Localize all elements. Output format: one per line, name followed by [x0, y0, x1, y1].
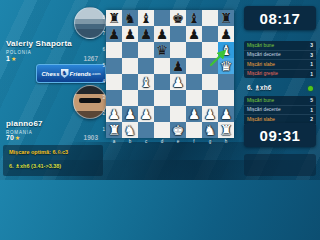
move-quality-icon: [308, 86, 313, 91]
square-h1[interactable]: ♜: [218, 122, 234, 138]
square-f6[interactable]: [186, 42, 202, 58]
square-d3[interactable]: [154, 90, 170, 106]
sunglasses-icon: [79, 98, 101, 104]
square-f4[interactable]: [186, 74, 202, 90]
stats-value: 5: [310, 97, 313, 103]
square-a1[interactable]: ♜: [106, 122, 122, 138]
black-king-e8[interactable]: ♚: [172, 10, 184, 26]
stats-value: 3: [310, 52, 313, 58]
stats-label: Mișcări greșite: [247, 71, 278, 76]
stats-row: Mișcări decente1: [244, 106, 316, 116]
square-e8[interactable]: ♚: [170, 10, 186, 26]
square-b6[interactable]: [122, 42, 138, 58]
square-b1[interactable]: ♞: [122, 122, 138, 138]
square-a3[interactable]: [106, 90, 122, 106]
current-move-entry[interactable]: 6. ♗xh6: [247, 84, 313, 92]
rank-label-5: 5: [100, 58, 105, 74]
stats-value: 2: [310, 116, 313, 122]
file-label-h: h: [218, 138, 234, 145]
square-b8[interactable]: ♞: [122, 10, 138, 26]
square-f8[interactable]: ♝: [186, 10, 202, 26]
file-label-a: a: [106, 138, 122, 145]
chessfriends-shield-icon: ♞: [61, 69, 69, 78]
rank-label-8: 8: [100, 10, 105, 26]
square-c8[interactable]: ♝: [138, 10, 154, 26]
white-bishop-c4[interactable]: ♝: [140, 74, 152, 90]
file-label-d: d: [154, 138, 170, 145]
stats-value: 1: [310, 61, 313, 67]
white-pawn-g2[interactable]: ♟: [204, 106, 216, 122]
square-c2[interactable]: ♟: [138, 106, 154, 122]
square-d1[interactable]: [154, 122, 170, 138]
square-d5[interactable]: [154, 58, 170, 74]
square-e5[interactable]: ♟: [170, 58, 186, 74]
bottom-player-rating: 1903: [84, 134, 100, 141]
rank-label-2: 2: [100, 106, 105, 122]
square-g4[interactable]: [202, 74, 218, 90]
file-label-c: c: [138, 138, 154, 145]
square-a2[interactable]: ♟: [106, 106, 122, 122]
black-pawn-b7[interactable]: ♟: [124, 26, 136, 42]
rank-label-7: 7: [100, 26, 105, 42]
black-pawn-f7[interactable]: ♟: [188, 26, 200, 42]
square-f5[interactable]: [186, 58, 202, 74]
file-label-f: f: [186, 138, 202, 145]
black-pawn-e5[interactable]: ♟: [172, 58, 184, 74]
white-pawn-a2[interactable]: ♟: [108, 106, 120, 122]
black-pawn-h7[interactable]: ♟: [220, 26, 232, 42]
white-knight-b1[interactable]: ♞: [124, 122, 136, 138]
file-labels: abcdefgh: [106, 138, 234, 145]
white-pawn-b2[interactable]: ♟: [124, 106, 136, 122]
top-player-rating: 1267: [84, 55, 100, 62]
file-label-e: e: [170, 138, 186, 145]
file-label-g: g: [202, 138, 218, 145]
square-g7[interactable]: [202, 26, 218, 42]
square-e7[interactable]: [170, 26, 186, 42]
white-king-e1[interactable]: ♚: [172, 122, 184, 138]
square-a5[interactable]: [106, 58, 122, 74]
square-f1[interactable]: [186, 122, 202, 138]
square-a8[interactable]: ♜: [106, 10, 122, 26]
square-h2[interactable]: ♟: [218, 106, 234, 122]
stats-value: 1: [310, 71, 313, 77]
white-pawn-c2[interactable]: ♟: [140, 106, 152, 122]
white-pawn-e4[interactable]: ♟: [172, 74, 184, 90]
bottom-right-panel: [244, 154, 316, 176]
white-bishop-h6[interactable]: ♝: [220, 42, 232, 58]
stats-label: Mișcări slabe: [247, 117, 275, 122]
chess-board[interactable]: ♜♞♝♚♝♜♟♟♟♟♟♟♛♝♟♛♝♟♟♟♟♟♟♟♜♞♚♞♜: [106, 10, 234, 138]
white-knight-g1[interactable]: ♞: [204, 122, 216, 138]
star-icon: ★: [11, 55, 16, 62]
square-g3[interactable]: [202, 90, 218, 106]
square-e3[interactable]: [170, 90, 186, 106]
square-e1[interactable]: ♚: [170, 122, 186, 138]
square-h3[interactable]: [218, 90, 234, 106]
stats-row: Mișcări greșite1: [244, 70, 316, 79]
square-e4[interactable]: ♟: [170, 74, 186, 90]
top-player-country: POLONIA: [6, 50, 32, 55]
square-d7[interactable]: ♟: [154, 26, 170, 42]
top-player-name: Valeriy Shaporta: [6, 39, 72, 48]
white-pawn-h2[interactable]: ♟: [220, 106, 232, 122]
logo-text-chess: Chess: [41, 71, 59, 77]
file-label-b: b: [122, 138, 138, 145]
white-rook-h1[interactable]: ♜: [220, 122, 232, 138]
rank-labels: 87654321: [100, 10, 105, 138]
black-queen-d6[interactable]: ♛: [156, 42, 168, 58]
square-c1[interactable]: [138, 122, 154, 138]
bottom-player-clock: 09:31: [244, 123, 316, 147]
stats-value: 3: [310, 42, 313, 48]
top-player-star-count: 1: [6, 55, 10, 62]
star-icon: ★: [15, 134, 20, 141]
white-rook-a1[interactable]: ♜: [108, 122, 120, 138]
black-bishop-c8[interactable]: ♝: [140, 10, 152, 26]
square-a7[interactable]: ♟: [106, 26, 122, 42]
square-d6[interactable]: ♛: [154, 42, 170, 58]
stats-row: Mișcări decente3: [244, 51, 316, 61]
square-b5[interactable]: [122, 58, 138, 74]
top-player-clock: 08:17: [244, 6, 316, 30]
bottom-player-name: pianno67: [6, 119, 43, 128]
black-knight-b8[interactable]: ♞: [124, 10, 136, 26]
square-g2[interactable]: ♟: [202, 106, 218, 122]
chess-board-wrap: ♜♞♝♚♝♜♟♟♟♟♟♟♛♝♟♛♝♟♟♟♟♟♟♟♜♞♚♞♜ 87654321 a…: [106, 10, 234, 138]
square-c6[interactable]: [138, 42, 154, 58]
stats-label: Mișcări decente: [247, 52, 281, 57]
square-h4[interactable]: [218, 74, 234, 90]
square-c7[interactable]: ♟: [138, 26, 154, 42]
square-b4[interactable]: [122, 74, 138, 90]
black-pawn-a7[interactable]: ♟: [108, 26, 120, 42]
top-player-stats-table: Mișcări bune3Mișcări decente3Mișcări sla…: [244, 41, 316, 78]
square-b2[interactable]: ♟: [122, 106, 138, 122]
square-h7[interactable]: ♟: [218, 26, 234, 42]
black-pawn-c7[interactable]: ♟: [140, 26, 152, 42]
rank-label-4: 4: [100, 74, 105, 90]
logo-text-friends: Friends: [70, 71, 92, 77]
square-d8[interactable]: [154, 10, 170, 26]
square-a6[interactable]: [106, 42, 122, 58]
played-move-eval: 6. ♗xh6 (3.41->3.38): [9, 163, 61, 169]
optimal-move-label: Mișcare optimă: 6.♘c3: [9, 149, 68, 155]
stats-row: Mișcări bune5: [244, 96, 316, 106]
square-h8[interactable]: ♜: [218, 10, 234, 26]
square-g1[interactable]: ♞: [202, 122, 218, 138]
black-rook-h8[interactable]: ♜: [220, 10, 232, 26]
black-rook-a8[interactable]: ♜: [108, 10, 120, 26]
square-a4[interactable]: [106, 74, 122, 90]
bottom-player-star-row: 70 ★ 1903: [6, 134, 100, 141]
chessfriends-logo[interactable]: Chess ♞ Friends .com: [36, 64, 106, 83]
bottom-player-star-count: 70: [6, 134, 14, 141]
square-e6[interactable]: [170, 42, 186, 58]
current-move-label: 6. ♗xh6: [247, 84, 271, 92]
square-c5[interactable]: [138, 58, 154, 74]
stats-row: Mișcări slabe1: [244, 60, 316, 70]
square-d4[interactable]: [154, 74, 170, 90]
square-h6[interactable]: ♝: [218, 42, 234, 58]
stats-value: 1: [310, 107, 313, 113]
rank-label-3: 3: [100, 90, 105, 106]
stats-label: Mișcări bune: [247, 43, 274, 48]
square-h5[interactable]: ♛: [218, 58, 234, 74]
black-pawn-d7[interactable]: ♟: [156, 26, 168, 42]
rank-label-1: 1: [100, 122, 105, 138]
square-b3[interactable]: [122, 90, 138, 106]
square-f2[interactable]: ♟: [186, 106, 202, 122]
rank-label-6: 6: [100, 42, 105, 58]
white-queen-h5[interactable]: ♛: [220, 58, 232, 74]
black-bishop-f8[interactable]: ♝: [188, 10, 200, 26]
top-player-star-row: 1 ★ 1267: [6, 55, 100, 62]
square-f7[interactable]: ♟: [186, 26, 202, 42]
square-d2[interactable]: [154, 106, 170, 122]
square-f3[interactable]: [186, 90, 202, 106]
white-pawn-f2[interactable]: ♟: [188, 106, 200, 122]
stats-label: Mișcări decente: [247, 107, 281, 112]
stats-label: Mișcări bune: [247, 98, 274, 103]
square-c4[interactable]: ♝: [138, 74, 154, 90]
square-b7[interactable]: ♟: [122, 26, 138, 42]
square-g5[interactable]: [202, 58, 218, 74]
stats-row: Mișcări bune3: [244, 41, 316, 51]
square-g6[interactable]: [202, 42, 218, 58]
square-c3[interactable]: [138, 90, 154, 106]
square-g8[interactable]: [202, 10, 218, 26]
stats-label: Mișcări slabe: [247, 62, 275, 67]
square-e2[interactable]: [170, 106, 186, 122]
